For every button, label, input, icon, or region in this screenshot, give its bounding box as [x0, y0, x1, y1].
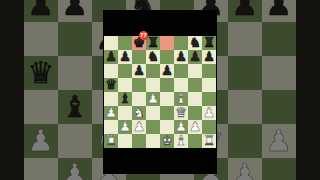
square-d3[interactable]	[146, 106, 160, 120]
blunder-badge-label: ??	[140, 33, 146, 39]
piece-bP-c6[interactable]: ♟	[133, 64, 145, 78]
piece-wP-a3: ♟	[28, 126, 55, 156]
piece-bP-b7[interactable]: ♟	[119, 50, 131, 64]
square-d6[interactable]	[146, 64, 160, 78]
square-h3[interactable]: ♟	[202, 106, 216, 120]
piece-bP-f7[interactable]: ♟	[175, 50, 187, 64]
square-b4[interactable]: ♝	[118, 92, 132, 106]
square-g2: ♟	[228, 158, 262, 180]
square-b1[interactable]	[118, 134, 132, 148]
square-d4[interactable]: ♟	[146, 92, 160, 106]
piece-bB-b4: ♝	[62, 92, 89, 122]
piece-bP-h7[interactable]: ♟	[203, 50, 215, 64]
square-h6	[262, 22, 296, 56]
square-b6	[58, 22, 92, 56]
square-b2: ♟	[58, 158, 92, 180]
square-a3[interactable]: ♟	[104, 106, 118, 120]
piece-wR-h1[interactable]: ♜	[203, 134, 215, 148]
square-g6	[228, 22, 262, 56]
square-h5[interactable]	[202, 78, 216, 92]
square-b7: ♟	[58, 0, 92, 22]
square-a5[interactable]: ♛	[104, 78, 118, 92]
square-h7[interactable]: ♟	[202, 50, 216, 64]
square-e5[interactable]	[160, 78, 174, 92]
piece-wR-a1[interactable]: ♜	[105, 134, 117, 148]
piece-wK-e1[interactable]: ♚	[161, 134, 173, 148]
square-h3: ♟	[262, 124, 296, 158]
square-e4[interactable]	[160, 92, 174, 106]
square-e3[interactable]	[160, 106, 174, 120]
piece-wP-a3[interactable]: ♟	[105, 106, 117, 120]
square-g7[interactable]: ♟	[188, 50, 202, 64]
square-c2[interactable]: ♟	[132, 120, 146, 134]
piece-bN-d7[interactable]: ♞	[147, 50, 159, 64]
square-d7[interactable]: ♞	[146, 50, 160, 64]
piece-bP-e6[interactable]: ♟	[161, 64, 173, 78]
square-d1[interactable]	[146, 134, 160, 148]
square-f1[interactable]: ♝	[174, 134, 188, 148]
piece-wP-c2[interactable]: ♟	[133, 120, 145, 134]
square-g6[interactable]	[188, 64, 202, 78]
square-h5	[262, 56, 296, 90]
piece-wP-d4[interactable]: ♟	[147, 92, 159, 106]
piece-bP-h7: ♟	[266, 0, 293, 20]
board-screenshot: ♚♜♞♜♟♟♞♟♟♟♟♟♛♝♟♝♟♞♛♟♟♟♟♟♜♚♝♜ ??	[103, 10, 217, 174]
piece-bP-g7[interactable]: ♟	[189, 50, 201, 64]
square-f7[interactable]: ♟	[174, 50, 188, 64]
piece-wP-g2: ♟	[232, 160, 259, 180]
square-d2[interactable]	[146, 120, 160, 134]
square-a3: ♟	[24, 124, 58, 158]
square-g5[interactable]	[188, 78, 202, 92]
square-b3	[58, 124, 92, 158]
square-h1[interactable]: ♜	[202, 134, 216, 148]
piece-bQ-a5: ♛	[28, 58, 55, 88]
square-a5: ♛	[24, 56, 58, 90]
piece-wP-h3: ♟	[266, 126, 293, 156]
blunder-badge: ??	[139, 31, 148, 40]
square-g1[interactable]	[188, 134, 202, 148]
square-c6[interactable]: ♟	[132, 64, 146, 78]
square-f6[interactable]	[174, 64, 188, 78]
square-g2[interactable]: ♟	[188, 120, 202, 134]
square-a2	[24, 158, 58, 180]
shorts-frame: ♚♜♞♜♟♟♞♟♟♟♟♟♛♝♟♝♟♞♛♟♟♟♟♟♜♚♝♜ ♚♜♞♜♟♟♞♟♟♟♟…	[0, 0, 320, 180]
square-g3	[228, 124, 262, 158]
piece-wB-f1[interactable]: ♝	[175, 134, 187, 148]
square-c1[interactable]	[132, 134, 146, 148]
square-h7: ♟	[262, 0, 296, 22]
square-a6	[24, 22, 58, 56]
square-b4: ♝	[58, 90, 92, 124]
square-b7[interactable]: ♟	[118, 50, 132, 64]
piece-wP-h3[interactable]: ♟	[203, 106, 215, 120]
square-b6[interactable]	[118, 64, 132, 78]
piece-bP-a7: ♟	[28, 0, 55, 20]
square-e1[interactable]: ♚	[160, 134, 174, 148]
piece-bQ-a5[interactable]: ♛	[105, 78, 117, 92]
square-e6[interactable]: ♟	[160, 64, 174, 78]
square-a7[interactable]: ♟	[104, 50, 118, 64]
square-a1[interactable]: ♜	[104, 134, 118, 148]
square-e8[interactable]	[160, 36, 174, 50]
square-h4	[262, 90, 296, 124]
square-g4	[228, 90, 262, 124]
piece-wP-b2[interactable]: ♟	[119, 120, 131, 134]
piece-bB-b4[interactable]: ♝	[119, 92, 131, 106]
square-b2[interactable]: ♟	[118, 120, 132, 134]
square-a4	[24, 90, 58, 124]
square-h6[interactable]	[202, 64, 216, 78]
square-b5	[58, 56, 92, 90]
piece-bP-g7: ♟	[232, 0, 259, 20]
piece-bP-a7[interactable]: ♟	[105, 50, 117, 64]
square-g7: ♟	[228, 0, 262, 22]
piece-wP-b2: ♟	[62, 160, 89, 180]
square-h2	[262, 158, 296, 180]
square-a7: ♟	[24, 0, 58, 22]
piece-bP-b7: ♟	[62, 0, 89, 20]
square-c5[interactable]	[132, 78, 146, 92]
piece-wP-g2[interactable]: ♟	[189, 120, 201, 134]
square-g4[interactable]	[188, 92, 202, 106]
chess-board[interactable]: ♚♜♞♜♟♟♞♟♟♟♟♟♛♝♟♝♟♞♛♟♟♟♟♟♜♚♝♜	[104, 36, 216, 148]
square-g5	[228, 56, 262, 90]
